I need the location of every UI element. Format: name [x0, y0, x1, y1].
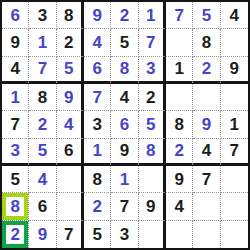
cell-r5c4[interactable]: 3 — [84, 111, 111, 138]
cell-r8c7[interactable]: 4 — [166, 193, 193, 220]
cell-r3c6[interactable]: 3 — [139, 57, 166, 84]
cell-r4c4[interactable]: 7 — [84, 84, 111, 111]
cell-r5c1[interactable]: 7 — [2, 111, 29, 138]
digit: 4 — [92, 34, 101, 51]
cell-r5c8[interactable]: 9 — [193, 111, 220, 138]
digit: 1 — [174, 60, 183, 77]
digit: 5 — [120, 34, 129, 51]
cell-r6c8[interactable]: 4 — [193, 139, 220, 166]
cell-r3c2[interactable]: 7 — [29, 57, 56, 84]
cell-r2c7[interactable] — [166, 29, 193, 56]
digit: 7 — [146, 34, 155, 51]
highlight-green-cell-r9c1[interactable]: 2 — [2, 221, 29, 248]
digit: 6 — [38, 198, 47, 215]
cell-r5c5[interactable]: 6 — [111, 111, 138, 138]
digit: 7 — [202, 171, 211, 188]
digit: 3 — [38, 7, 47, 24]
digit: 4 — [10, 60, 19, 77]
digit: 4 — [174, 198, 183, 215]
digit: 7 — [120, 198, 129, 215]
cell-r6c4[interactable]: 1 — [84, 139, 111, 166]
digit: 8 — [64, 7, 73, 24]
cell-r1c2[interactable]: 3 — [29, 2, 56, 29]
digit: 4 — [120, 89, 129, 106]
digit: 1 — [38, 34, 47, 51]
cell-r1c4[interactable]: 9 — [84, 2, 111, 29]
digit: 8 — [10, 198, 19, 215]
cell-r6c1[interactable]: 3 — [2, 139, 29, 166]
cell-r4c7[interactable] — [166, 84, 193, 111]
highlight-light-green-cell-r8c1[interactable]: 8 — [2, 193, 29, 220]
digit: 3 — [10, 142, 19, 159]
cell-r4c2[interactable]: 8 — [29, 84, 56, 111]
digit: 5 — [64, 60, 73, 77]
cell-r9c4[interactable]: 5 — [84, 221, 111, 248]
digit: 7 — [230, 142, 239, 159]
cell-r4c3[interactable]: 9 — [57, 84, 84, 111]
digit: 4 — [202, 142, 211, 159]
digit: 4 — [38, 171, 47, 188]
digit: 9 — [10, 34, 19, 51]
cell-r7c6[interactable] — [139, 166, 166, 193]
cell-r3c7[interactable]: 1 — [166, 57, 193, 84]
cell-r2c9[interactable] — [221, 29, 248, 56]
digit: 8 — [202, 34, 211, 51]
cell-r5c7[interactable]: 8 — [166, 111, 193, 138]
cell-r3c3[interactable]: 5 — [57, 57, 84, 84]
digit: 6 — [92, 60, 101, 77]
digit: 4 — [230, 7, 239, 24]
digit: 8 — [38, 89, 47, 106]
digit: 8 — [120, 60, 129, 77]
digit: 1 — [92, 142, 101, 159]
cell-r2c5[interactable]: 5 — [111, 29, 138, 56]
digit: 5 — [92, 226, 101, 243]
cell-r7c7[interactable]: 9 — [166, 166, 193, 193]
cell-r6c9[interactable]: 7 — [221, 139, 248, 166]
cell-r6c5[interactable]: 9 — [111, 139, 138, 166]
digit: 8 — [146, 142, 155, 159]
digit: 6 — [120, 116, 129, 133]
cell-r3c4[interactable]: 6 — [84, 57, 111, 84]
cell-r9c6[interactable] — [139, 221, 166, 248]
digit: 9 — [120, 142, 129, 159]
cell-r9c5[interactable]: 3 — [111, 221, 138, 248]
cell-r3c1[interactable]: 4 — [2, 57, 29, 84]
cell-r7c5[interactable]: 1 — [111, 166, 138, 193]
cell-r1c1[interactable]: 6 — [2, 2, 29, 29]
digit: 3 — [92, 116, 101, 133]
cell-r8c5[interactable]: 7 — [111, 193, 138, 220]
cell-r9c9[interactable] — [221, 221, 248, 248]
cell-r2c8[interactable]: 8 — [193, 29, 220, 56]
digit: 2 — [64, 34, 73, 51]
digit: 2 — [120, 7, 129, 24]
digit: 8 — [174, 116, 183, 133]
cell-r9c2[interactable]: 9 — [29, 221, 56, 248]
cell-r4c1[interactable]: 1 — [2, 84, 29, 111]
digit: 9 — [230, 60, 239, 77]
cell-r5c3[interactable]: 4 — [57, 111, 84, 138]
digit: 2 — [146, 89, 155, 106]
cell-r7c2[interactable]: 4 — [29, 166, 56, 193]
digit: 9 — [92, 7, 101, 24]
cell-r1c8[interactable]: 5 — [193, 2, 220, 29]
sudoku-board: 6389217549124578475683129189742724365891… — [0, 0, 250, 250]
cell-r8c6[interactable]: 9 — [139, 193, 166, 220]
cell-r5c2[interactable]: 2 — [29, 111, 56, 138]
cell-r2c2[interactable]: 1 — [29, 29, 56, 56]
cell-r1c9[interactable]: 4 — [221, 2, 248, 29]
digit: 1 — [120, 171, 129, 188]
cell-r4c9[interactable] — [221, 84, 248, 111]
cell-r7c3[interactable] — [57, 166, 84, 193]
digit: 7 — [38, 60, 47, 77]
digit: 8 — [92, 171, 101, 188]
cell-r1c6[interactable]: 1 — [139, 2, 166, 29]
digit: 6 — [10, 7, 19, 24]
cell-r8c9[interactable] — [221, 193, 248, 220]
cell-r4c8[interactable] — [193, 84, 220, 111]
cell-r4c5[interactable]: 4 — [111, 84, 138, 111]
cell-r9c8[interactable] — [193, 221, 220, 248]
cell-r2c6[interactable]: 7 — [139, 29, 166, 56]
cell-r8c2[interactable]: 6 — [29, 193, 56, 220]
cell-r8c4[interactable]: 2 — [84, 193, 111, 220]
digit: 7 — [10, 116, 19, 133]
digit: 2 — [202, 60, 211, 77]
cell-r6c3[interactable]: 6 — [57, 139, 84, 166]
cell-r1c3[interactable]: 8 — [57, 2, 84, 29]
cell-r6c7[interactable]: 2 — [166, 139, 193, 166]
cell-r9c7[interactable] — [166, 221, 193, 248]
cell-r7c4[interactable]: 8 — [84, 166, 111, 193]
cell-r7c8[interactable]: 7 — [193, 166, 220, 193]
digit: 2 — [174, 142, 183, 159]
digit: 7 — [92, 89, 101, 106]
cell-r3c5[interactable]: 8 — [111, 57, 138, 84]
digit: 4 — [64, 116, 73, 133]
cell-r5c9[interactable]: 1 — [221, 111, 248, 138]
digit: 3 — [146, 60, 155, 77]
cell-r3c8[interactable]: 2 — [193, 57, 220, 84]
cell-r2c3[interactable]: 2 — [57, 29, 84, 56]
cell-r1c5[interactable]: 2 — [111, 2, 138, 29]
digit: 1 — [230, 116, 239, 133]
digit: 3 — [120, 226, 129, 243]
cell-r9c3[interactable]: 7 — [57, 221, 84, 248]
cell-r8c8[interactable] — [193, 193, 220, 220]
cell-r8c3[interactable] — [57, 193, 84, 220]
cell-r6c6[interactable]: 8 — [139, 139, 166, 166]
digit: 9 — [202, 116, 211, 133]
cell-r4c6[interactable]: 2 — [139, 84, 166, 111]
digit: 9 — [64, 89, 73, 106]
digit: 7 — [174, 7, 183, 24]
digit: 2 — [38, 116, 47, 133]
digit: 9 — [38, 226, 47, 243]
cell-r5c6[interactable]: 5 — [139, 111, 166, 138]
cell-r7c9[interactable] — [221, 166, 248, 193]
digit: 2 — [92, 198, 101, 215]
digit: 6 — [64, 142, 73, 159]
digit: 9 — [146, 198, 155, 215]
digit: 1 — [146, 7, 155, 24]
digit: 5 — [202, 7, 211, 24]
digit: 2 — [10, 226, 19, 243]
cell-r2c1[interactable]: 9 — [2, 29, 29, 56]
cell-r1c7[interactable]: 7 — [166, 2, 193, 29]
cell-r6c2[interactable]: 5 — [29, 139, 56, 166]
digit: 5 — [146, 116, 155, 133]
digit: 5 — [38, 142, 47, 159]
cell-r3c9[interactable]: 9 — [221, 57, 248, 84]
digit: 7 — [64, 226, 73, 243]
cell-r2c4[interactable]: 4 — [84, 29, 111, 56]
digit: 1 — [10, 89, 19, 106]
digit: 5 — [10, 171, 19, 188]
digit: 9 — [174, 171, 183, 188]
cell-r7c1[interactable]: 5 — [2, 166, 29, 193]
